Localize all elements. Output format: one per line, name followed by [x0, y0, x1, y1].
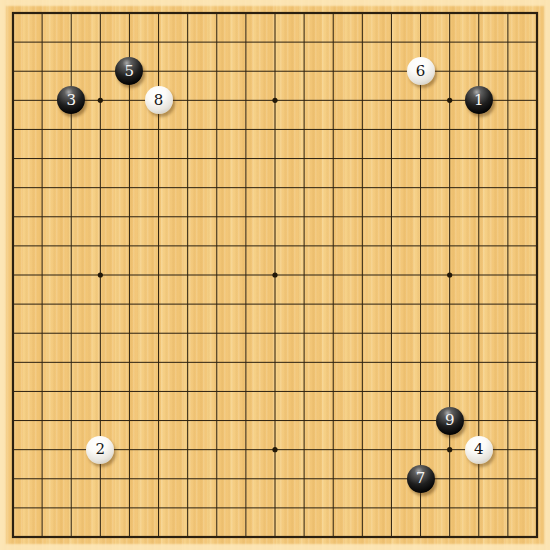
star-point: [98, 272, 103, 277]
star-point: [447, 98, 452, 103]
stone-white-4[interactable]: 4: [465, 436, 493, 464]
star-point: [272, 272, 277, 277]
move-number: 5: [125, 64, 135, 79]
stone-black-9[interactable]: 9: [436, 407, 464, 435]
move-number: 8: [154, 93, 164, 108]
stone-black-1[interactable]: 1: [465, 86, 493, 114]
move-number: 3: [66, 93, 76, 108]
move-number: 7: [416, 471, 426, 486]
go-board-diagram: 123456789: [0, 0, 550, 550]
stone-white-6[interactable]: 6: [407, 57, 435, 85]
board-grid: [0, 0, 550, 550]
stone-white-8[interactable]: 8: [145, 86, 173, 114]
move-number: 4: [474, 442, 484, 457]
star-point: [272, 98, 277, 103]
star-point: [447, 447, 452, 452]
move-number: 2: [96, 442, 106, 457]
move-number: 6: [416, 64, 426, 79]
move-number: 9: [445, 413, 455, 428]
stone-white-2[interactable]: 2: [86, 436, 114, 464]
star-point: [98, 98, 103, 103]
star-point: [447, 272, 452, 277]
star-point: [272, 447, 277, 452]
go-board[interactable]: 123456789: [0, 0, 550, 550]
move-number: 1: [474, 93, 484, 108]
stone-black-7[interactable]: 7: [407, 465, 435, 493]
